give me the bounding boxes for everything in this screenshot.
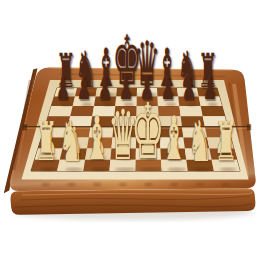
piece-light-rook: ♜ [34,117,57,170]
piece-light-bishop: ♝ [161,110,187,170]
piece-light-rook: ♜ [214,117,237,170]
piece-light-bishop: ♝ [84,110,110,170]
piece-light-knight: ♞ [188,113,213,170]
piece-dark-pawn: ♟ [203,72,217,105]
piece-dark-pawn: ♟ [182,72,196,105]
pieces-layer: ♜♞♝♚♛♝♞♜♟♟♟♟♟♟♟♟♟♟♟♟♟♟♟♟♜♞♝♛♚♝♞♜ [0,0,265,265]
chess-set-product-photo: ♜♞♝♚♛♝♞♜♟♟♟♟♟♟♟♟♟♟♟♟♟♟♟♟♜♞♝♛♚♝♞♜ [0,0,265,265]
piece-dark-pawn: ♟ [56,72,70,105]
piece-light-knight: ♞ [59,113,84,170]
piece-dark-pawn: ♟ [77,72,91,105]
